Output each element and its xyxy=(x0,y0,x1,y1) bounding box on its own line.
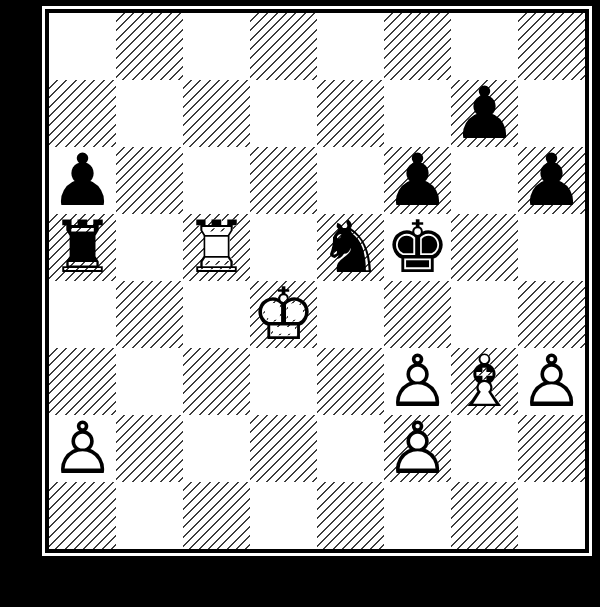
white-pawn-piece[interactable]: ♙ xyxy=(385,344,450,416)
white-pawn-fill-layer: ♟ xyxy=(51,412,114,482)
square-h1[interactable] xyxy=(518,482,585,549)
square-b3[interactable] xyxy=(116,348,183,415)
black-king-piece[interactable]: ♚ xyxy=(385,210,450,282)
square-f7[interactable] xyxy=(384,80,451,147)
square-c5[interactable]: ♜♖ xyxy=(183,214,250,281)
white-bishop-fill-layer: ♝ xyxy=(453,345,516,415)
white-rook-fill-layer: ♜ xyxy=(185,211,248,281)
square-b8[interactable] xyxy=(116,13,183,80)
chess-board-frame: ♟♟♟♟♜♜♖♞♚♚♔♟♙♝♗♟♙♟♙♟♙ xyxy=(40,4,594,558)
chess-board: ♟♟♟♟♜♜♖♞♚♚♔♟♙♝♗♟♙♟♙♟♙ xyxy=(49,13,585,549)
square-h7[interactable] xyxy=(518,80,585,147)
square-e5[interactable]: ♞ xyxy=(317,214,384,281)
square-d3[interactable] xyxy=(250,348,317,415)
square-f5[interactable]: ♚ xyxy=(384,214,451,281)
white-king-fill-layer: ♚ xyxy=(252,278,315,348)
square-e3[interactable] xyxy=(317,348,384,415)
square-c6[interactable] xyxy=(183,147,250,214)
square-h2[interactable] xyxy=(518,415,585,482)
square-g6[interactable] xyxy=(451,147,518,214)
white-pawn-piece[interactable]: ♙ xyxy=(50,411,115,483)
black-pawn-piece[interactable]: ♟ xyxy=(385,143,450,215)
square-h4[interactable] xyxy=(518,281,585,348)
square-g3[interactable]: ♝♗ xyxy=(451,348,518,415)
black-rook-piece[interactable]: ♜ xyxy=(50,210,115,282)
square-d7[interactable] xyxy=(250,80,317,147)
square-e6[interactable] xyxy=(317,147,384,214)
square-d5[interactable] xyxy=(250,214,317,281)
square-a7[interactable] xyxy=(49,80,116,147)
square-d8[interactable] xyxy=(250,13,317,80)
black-knight-piece[interactable]: ♞ xyxy=(318,210,383,282)
white-pawn-piece[interactable]: ♙ xyxy=(385,411,450,483)
square-c8[interactable] xyxy=(183,13,250,80)
square-b6[interactable] xyxy=(116,147,183,214)
black-pawn-piece[interactable]: ♟ xyxy=(452,76,517,148)
square-a1[interactable] xyxy=(49,482,116,549)
square-c1[interactable] xyxy=(183,482,250,549)
square-c3[interactable] xyxy=(183,348,250,415)
chess-board-inner-frame: ♟♟♟♟♜♜♖♞♚♚♔♟♙♝♗♟♙♟♙♟♙ xyxy=(45,9,589,553)
square-d1[interactable] xyxy=(250,482,317,549)
square-f2[interactable]: ♟♙ xyxy=(384,415,451,482)
square-d6[interactable] xyxy=(250,147,317,214)
white-pawn-piece[interactable]: ♙ xyxy=(519,344,584,416)
square-g4[interactable] xyxy=(451,281,518,348)
square-a5[interactable]: ♜ xyxy=(49,214,116,281)
square-h6[interactable]: ♟ xyxy=(518,147,585,214)
square-g2[interactable] xyxy=(451,415,518,482)
square-c7[interactable] xyxy=(183,80,250,147)
square-g8[interactable] xyxy=(451,13,518,80)
square-f8[interactable] xyxy=(384,13,451,80)
square-a8[interactable] xyxy=(49,13,116,80)
square-b4[interactable] xyxy=(116,281,183,348)
square-a4[interactable] xyxy=(49,281,116,348)
black-pawn-piece[interactable]: ♟ xyxy=(50,143,115,215)
square-a2[interactable]: ♟♙ xyxy=(49,415,116,482)
square-d4[interactable]: ♚♔ xyxy=(250,281,317,348)
white-rook-piece[interactable]: ♖ xyxy=(184,210,249,282)
square-e4[interactable] xyxy=(317,281,384,348)
square-a6[interactable]: ♟ xyxy=(49,147,116,214)
square-e7[interactable] xyxy=(317,80,384,147)
square-e8[interactable] xyxy=(317,13,384,80)
square-f4[interactable] xyxy=(384,281,451,348)
square-c4[interactable] xyxy=(183,281,250,348)
square-g1[interactable] xyxy=(451,482,518,549)
square-e2[interactable] xyxy=(317,415,384,482)
square-f6[interactable]: ♟ xyxy=(384,147,451,214)
square-c2[interactable] xyxy=(183,415,250,482)
square-b5[interactable] xyxy=(116,214,183,281)
square-a3[interactable] xyxy=(49,348,116,415)
square-g7[interactable]: ♟ xyxy=(451,80,518,147)
square-b7[interactable] xyxy=(116,80,183,147)
white-pawn-fill-layer: ♟ xyxy=(386,345,449,415)
square-d2[interactable] xyxy=(250,415,317,482)
white-pawn-fill-layer: ♟ xyxy=(386,412,449,482)
white-king-piece[interactable]: ♔ xyxy=(251,277,316,349)
square-h3[interactable]: ♟♙ xyxy=(518,348,585,415)
square-b1[interactable] xyxy=(116,482,183,549)
square-h8[interactable] xyxy=(518,13,585,80)
square-b2[interactable] xyxy=(116,415,183,482)
square-e1[interactable] xyxy=(317,482,384,549)
square-h5[interactable] xyxy=(518,214,585,281)
black-pawn-piece[interactable]: ♟ xyxy=(519,143,584,215)
square-g5[interactable] xyxy=(451,214,518,281)
white-bishop-piece[interactable]: ♗ xyxy=(452,344,517,416)
white-pawn-fill-layer: ♟ xyxy=(520,345,583,415)
square-f1[interactable] xyxy=(384,482,451,549)
square-f3[interactable]: ♟♙ xyxy=(384,348,451,415)
